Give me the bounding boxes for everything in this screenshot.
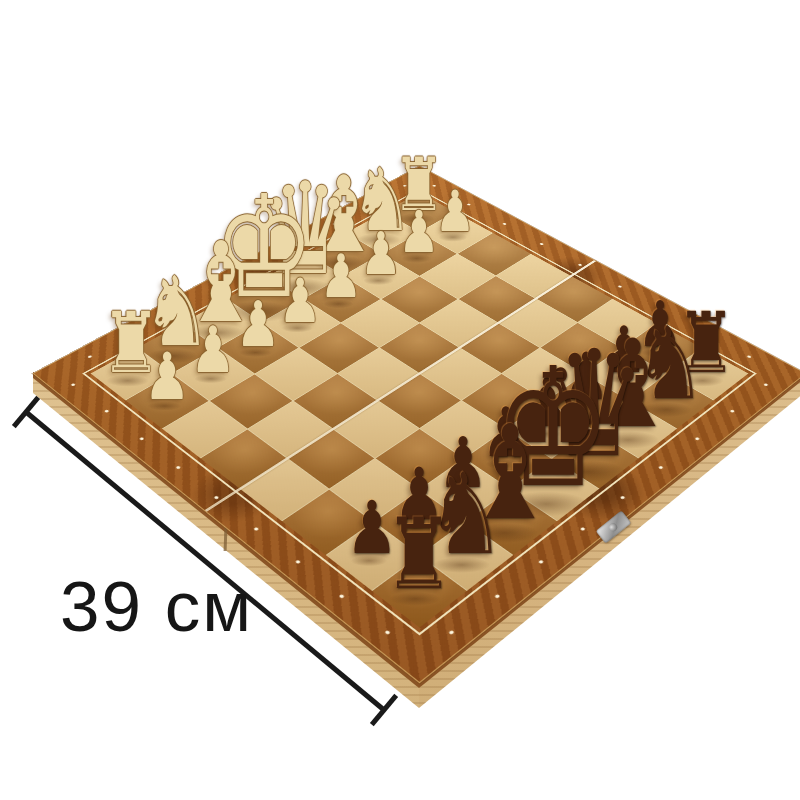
- product-photo: ♜♞♝♛♚♝♞♜♟♟♟♟♟♟♟♟♟♟♟♟♟♟♟♟♜♞♝♛♚♝♞♜ 39 см: [0, 0, 800, 800]
- dimension-label: 39 см: [60, 566, 253, 647]
- fold-seam-side-crack: [224, 528, 228, 551]
- board-grid: [91, 193, 749, 628]
